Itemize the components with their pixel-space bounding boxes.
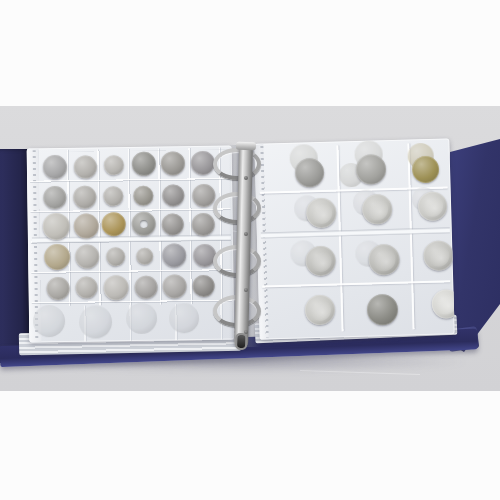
coin: [73, 185, 96, 208]
coin: [75, 244, 99, 268]
rivet-dot: [244, 288, 248, 292]
coin: [136, 247, 153, 264]
coin-center-hole: [140, 220, 148, 228]
coin: [417, 191, 447, 221]
coin: [73, 213, 98, 238]
coin-album: [0, 0, 500, 500]
coin: [102, 212, 126, 236]
coin: [46, 276, 69, 299]
coin: [104, 155, 124, 175]
ghost-coin: [33, 305, 65, 337]
album-page-right: [254, 138, 454, 339]
coin: [306, 198, 337, 229]
coin: [106, 247, 125, 266]
coin: [366, 293, 398, 325]
coin: [134, 275, 157, 298]
ghost-coin: [78, 305, 111, 338]
coin: [368, 243, 400, 275]
coin: [161, 151, 185, 175]
coin: [162, 213, 184, 235]
coin: [73, 155, 96, 178]
coin: [42, 212, 69, 239]
album-cover-left: [0, 149, 29, 363]
coin: [162, 184, 184, 206]
coin: [431, 289, 455, 319]
coin: [162, 243, 186, 267]
coin: [132, 152, 156, 176]
coin: [423, 240, 454, 271]
album-page-left: [27, 146, 235, 343]
coin: [305, 295, 336, 326]
ghost-coin: [125, 302, 156, 333]
coin: [356, 154, 387, 185]
ghost-coin: [169, 303, 199, 333]
coin: [44, 244, 70, 270]
coin: [411, 155, 439, 183]
coin: [305, 246, 336, 277]
coin: [43, 155, 67, 179]
left-page-coins: [27, 146, 235, 343]
photo-coin-album: [0, 0, 500, 500]
coin: [191, 151, 215, 175]
coin: [294, 157, 324, 187]
coin: [43, 185, 66, 208]
binder-ring: [213, 148, 261, 180]
coin: [75, 276, 97, 298]
coin: [191, 212, 214, 235]
coin: [162, 274, 186, 298]
right-page-coins: [254, 138, 454, 339]
coin: [133, 186, 153, 206]
coin: [192, 275, 214, 297]
coin: [362, 194, 393, 225]
rivet-dot: [244, 330, 248, 334]
rivet-dot: [244, 232, 248, 236]
coin: [103, 275, 128, 300]
coin: [192, 183, 215, 206]
rivet-dot: [244, 176, 248, 180]
coin: [132, 212, 156, 236]
coin: [103, 186, 123, 206]
